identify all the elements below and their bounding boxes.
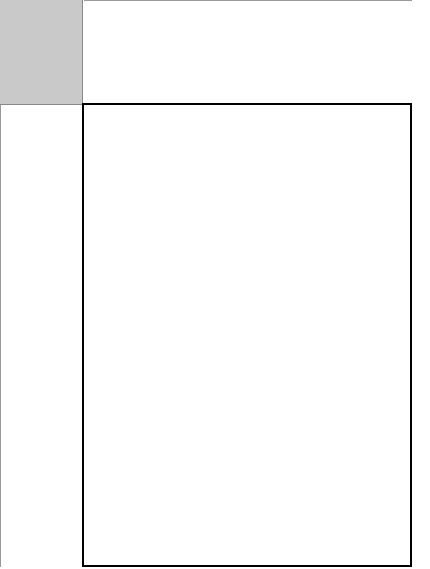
column-clues-area [84,0,412,104]
row-clues-area [0,105,83,567]
puzzle-grid [82,103,412,567]
nonogram-page [0,0,430,569]
watermark-block [0,0,83,105]
